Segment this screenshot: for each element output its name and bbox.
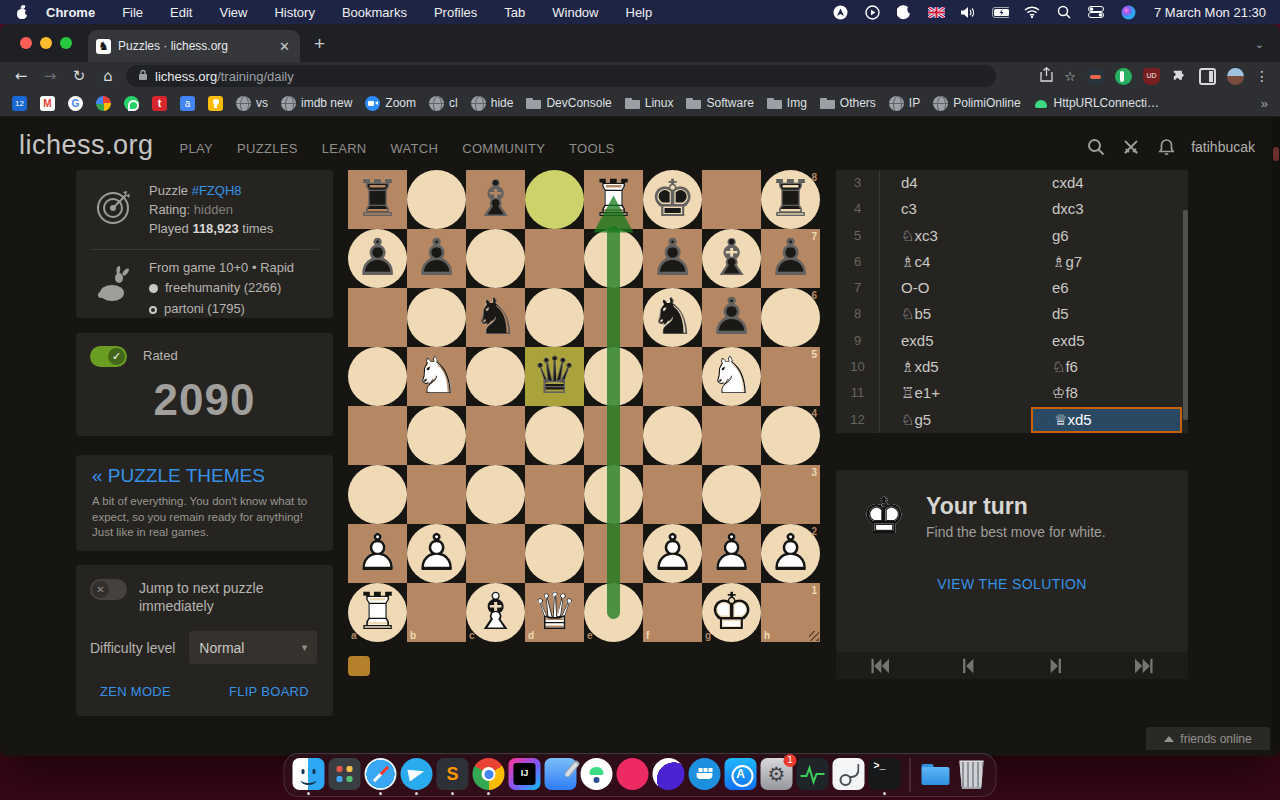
tab-strip: ♞ Puzzles · lichess.org ✕ + ⌄ — [0, 24, 1280, 62]
square-b3[interactable] — [407, 465, 466, 524]
keep-icon — [208, 96, 223, 111]
move-row: 7O-Oe6 — [836, 275, 1188, 301]
square-b2[interactable]: ♟♙ — [407, 524, 466, 583]
move-row: 11♖e1+♔f8 — [836, 380, 1188, 406]
home-button[interactable]: ⌂ — [97, 67, 119, 85]
square-c2[interactable] — [466, 524, 525, 583]
menu-status-area: 7 March Mon 21:30 — [832, 5, 1280, 20]
minimize-window-button[interactable] — [40, 37, 52, 49]
square-f4[interactable] — [643, 406, 702, 465]
square-h2[interactable]: ♟♙2 — [761, 524, 820, 583]
puzzle-id-link[interactable]: #FZQH8 — [192, 183, 242, 198]
first-move-button[interactable] — [868, 656, 892, 676]
bookmark-software[interactable]: Software — [686, 96, 753, 111]
square-h6[interactable]: 6 — [761, 288, 820, 347]
black-bishop-g7[interactable]: ♝♗ — [702, 229, 761, 288]
android-icon — [1034, 96, 1049, 111]
square-d6[interactable] — [525, 288, 584, 347]
browser-menu-icon[interactable]: ⋮ — [1255, 68, 1270, 84]
target-icon — [90, 182, 136, 239]
nav-watch[interactable]: WATCH — [391, 141, 439, 156]
chess-board[interactable]: ♜♖♝♗♜♖♚♔♜♖8♟♙♟♙♟♙♝♗♟♙7♞♘♞♘♟♙6♞♘♛♕♞♘543♟♙… — [348, 170, 820, 642]
white-move[interactable]: O-O — [880, 275, 1031, 301]
dock-intellij-icon[interactable] — [509, 756, 541, 794]
last-move-button[interactable] — [1132, 656, 1156, 676]
square-f6[interactable]: ♞♘ — [643, 288, 702, 347]
board-resize-handle[interactable] — [809, 631, 819, 641]
browser-window: ♞ Puzzles · lichess.org ✕ + ⌄ ← → ↻ ⌂ li… — [0, 24, 1280, 756]
url-host: lichess.org — [155, 69, 217, 84]
url-path: /training/daily — [217, 69, 294, 84]
square-c3[interactable] — [466, 465, 525, 524]
square-g4[interactable] — [702, 406, 761, 465]
browser-toolbar: ← → ↻ ⌂ lichess.org/training/daily ☆ ⋮ — [0, 62, 1280, 90]
nav-play[interactable]: PLAY — [180, 141, 213, 156]
black-move[interactable]: ♗g7 — [1031, 249, 1182, 275]
macos-menu-bar: ChromeFileEditViewHistoryBookmarksProfil… — [0, 0, 1280, 24]
extension-green-icon[interactable] — [1115, 68, 1132, 85]
black-bishop-c8[interactable]: ♝♗ — [466, 170, 525, 229]
bookmark-google[interactable] — [68, 96, 83, 111]
coord-file-c: c — [469, 630, 475, 641]
black-king-f8[interactable]: ♚♔ — [643, 170, 702, 229]
gmail-icon — [40, 96, 55, 111]
square-g7[interactable]: ♝♗ — [702, 229, 761, 288]
square-d7[interactable] — [525, 229, 584, 288]
square-a5[interactable] — [348, 347, 407, 406]
square-g6[interactable]: ♟♙ — [702, 288, 761, 347]
window-controls — [20, 37, 72, 49]
puzzle-themes-title[interactable]: « PUZZLE THEMES — [92, 465, 317, 487]
move-number: 7 — [836, 275, 880, 301]
bookmark-star-icon[interactable]: ☆ — [1064, 69, 1076, 84]
square-c4[interactable] — [466, 406, 525, 465]
menu-item-file[interactable]: File — [122, 5, 143, 20]
square-c1[interactable]: ♝♗c — [466, 583, 525, 642]
bookmark-httpurlconnecti-[interactable]: HttpURLConnecti… — [1034, 96, 1159, 111]
black-pawn-b7[interactable]: ♟♙ — [407, 229, 466, 288]
play-circle-icon[interactable] — [864, 5, 881, 20]
dock-telegram-icon[interactable] — [401, 756, 433, 794]
square-e8[interactable]: ♜♖ — [584, 170, 643, 229]
wifi-icon[interactable] — [1024, 5, 1041, 20]
lichess-logo[interactable]: lichess.org — [19, 130, 154, 161]
white-move[interactable]: ♖e1+ — [880, 380, 1031, 406]
feedback-box: ♚♔ Your turn Find the best move for whit… — [836, 470, 1188, 652]
square-e1[interactable]: e — [584, 583, 643, 642]
dock-activity-icon[interactable] — [797, 756, 829, 794]
friends-online-bar[interactable]: friends online — [1146, 727, 1270, 750]
jump-toggle[interactable]: ✕ — [90, 579, 127, 600]
puzzle-label: Puzzle — [149, 183, 188, 198]
forward-button[interactable]: → — [39, 67, 61, 85]
menu-item-bookmarks[interactable]: Bookmarks — [342, 5, 407, 20]
move-row: 5♘xc3g6 — [836, 223, 1188, 249]
bookmark-vs[interactable]: vs — [236, 96, 268, 111]
move-list-scrollbar[interactable] — [1183, 210, 1188, 420]
bookmarks-bar: vsimdb newZoomclhideDevConsoleLinuxSoftw… — [0, 90, 1280, 117]
dock-xcode-icon[interactable] — [545, 756, 577, 794]
dock-terminal-icon[interactable]: >_ — [869, 756, 901, 794]
black-player-disc-icon — [149, 306, 157, 314]
battery-icon[interactable] — [992, 5, 1009, 20]
dock-appstore-icon[interactable] — [725, 756, 757, 794]
bookmark-keep[interactable] — [208, 96, 223, 111]
white-player-disc-icon — [149, 284, 158, 293]
black-move[interactable]: exd5 — [1031, 328, 1182, 354]
volume-icon[interactable] — [960, 5, 977, 20]
square-e7[interactable] — [584, 229, 643, 288]
bookmark-label: Others — [840, 96, 876, 110]
square-a1[interactable]: ♜♖a — [348, 583, 407, 642]
square-c6[interactable]: ♞♘ — [466, 288, 525, 347]
square-b4[interactable] — [407, 406, 466, 465]
square-b7[interactable]: ♟♙ — [407, 229, 466, 288]
square-g1[interactable]: ♚♔g — [702, 583, 761, 642]
nav-community[interactable]: COMMUNITY — [462, 141, 545, 156]
menu-item-edit[interactable]: Edit — [170, 5, 192, 20]
move-number: 3 — [836, 170, 880, 196]
puzzle-settings-box: ✕ Jump to next puzzle immediately Diffic… — [76, 565, 333, 716]
black-pawn-f7[interactable]: ♟♙ — [643, 229, 702, 288]
zen-mode-link[interactable]: ZEN MODE — [100, 684, 171, 699]
black-move[interactable]: dxc3 — [1031, 196, 1182, 222]
profile-avatar[interactable] — [1227, 68, 1244, 85]
bookmark-label: Img — [787, 96, 807, 110]
square-a8[interactable]: ♜♖ — [348, 170, 407, 229]
address-bar[interactable]: lichess.org/training/daily — [126, 65, 996, 87]
reload-button[interactable]: ↻ — [68, 67, 90, 85]
jump-label: Jump to next puzzle immediately — [139, 579, 289, 615]
square-h4[interactable]: 4 — [761, 406, 820, 465]
square-a3[interactable] — [348, 465, 407, 524]
dock: S⚙1>_ — [284, 753, 997, 797]
dock-finder-icon[interactable] — [293, 756, 325, 794]
black-move[interactable]: g6 — [1031, 223, 1182, 249]
calendar-icon — [12, 96, 27, 111]
square-h5[interactable]: 5 — [761, 347, 820, 406]
maximize-window-button[interactable] — [60, 37, 72, 49]
black-rook-a8[interactable]: ♜♖ — [348, 170, 407, 229]
flip-board-link[interactable]: FLIP BOARD — [229, 684, 309, 699]
white-move[interactable]: d4 — [880, 170, 1031, 196]
black-knight-f6[interactable]: ♞♘ — [643, 288, 702, 347]
bookmark-label: Zoom — [385, 96, 416, 110]
bookmark-imdb-new[interactable]: imdb new — [281, 96, 352, 111]
bookmark-devconsole[interactable]: DevConsole — [526, 96, 611, 111]
bookmark-label: hide — [491, 96, 514, 110]
previous-move-button[interactable] — [956, 656, 980, 676]
bookmark-ip[interactable]: IP — [889, 96, 920, 111]
move-number: 4 — [836, 196, 880, 222]
square-g8[interactable] — [702, 170, 761, 229]
square-g3[interactable] — [702, 465, 761, 524]
chevron-down-icon: ▾ — [302, 641, 308, 654]
tumblr-icon — [152, 96, 167, 111]
move-number: 6 — [836, 249, 880, 275]
square-e3[interactable] — [584, 465, 643, 524]
page-scrollbar[interactable] — [1272, 117, 1280, 756]
move-number: 8 — [836, 301, 880, 327]
next-move-button[interactable] — [1044, 656, 1068, 676]
white-move[interactable]: ♘g5 — [880, 407, 1031, 433]
square-b8[interactable] — [407, 170, 466, 229]
white-knight-b5[interactable]: ♞♘ — [407, 347, 466, 406]
dock-downloads-icon[interactable] — [920, 756, 952, 794]
tab-search-chevron-icon[interactable]: ⌄ — [1255, 38, 1264, 51]
played-count: 118,923 — [192, 221, 238, 236]
square-f1[interactable]: f — [643, 583, 702, 642]
bookmark-gmail[interactable] — [40, 96, 55, 111]
challenges-swords-icon[interactable] — [1121, 137, 1141, 157]
black-knight-c6[interactable]: ♞♘ — [466, 288, 525, 347]
coord-file-b: b — [410, 630, 416, 641]
square-f2[interactable]: ♟♙ — [643, 524, 702, 583]
square-d4[interactable] — [525, 406, 584, 465]
siri-icon[interactable] — [1120, 5, 1137, 20]
globe-icon — [429, 96, 444, 111]
square-d8[interactable] — [525, 170, 584, 229]
square-d5[interactable]: ♛♕ — [525, 347, 584, 406]
coord-file-g: g — [705, 630, 711, 641]
from-game[interactable]: From game 10+0 • Rapid — [149, 259, 294, 278]
white-move[interactable]: c3 — [880, 196, 1031, 222]
globe-icon — [471, 96, 486, 111]
white-move[interactable]: ♗xd5 — [880, 354, 1031, 380]
uk-flag-icon[interactable] — [928, 5, 945, 20]
menu-item-history[interactable]: History — [274, 5, 314, 20]
difficulty-value: Normal — [199, 640, 244, 656]
divider — [90, 249, 319, 250]
black-queen-d5[interactable]: ♛♕ — [525, 347, 584, 406]
coord-file-d: d — [528, 630, 534, 641]
square-f8[interactable]: ♚♔ — [643, 170, 702, 229]
square-a4[interactable] — [348, 406, 407, 465]
moon-icon[interactable] — [896, 5, 913, 20]
bookmark-hide[interactable]: hide — [471, 96, 514, 111]
dock-settings-icon[interactable]: ⚙1 — [761, 756, 793, 794]
bookmark-others[interactable]: Others — [820, 96, 876, 111]
square-c5[interactable] — [466, 347, 525, 406]
menu-item-chrome[interactable]: Chrome — [46, 5, 95, 20]
dock-launchpad-icon[interactable] — [329, 756, 361, 794]
square-h7[interactable]: ♟♙7 — [761, 229, 820, 288]
square-b1[interactable]: b — [407, 583, 466, 642]
square-b6[interactable] — [407, 288, 466, 347]
extension-avatar-icon[interactable] — [1087, 68, 1104, 85]
square-c7[interactable] — [466, 229, 525, 288]
control-center-icon[interactable] — [1088, 5, 1105, 20]
site-nav: PLAYPUZZLESLEARNWATCHCOMMUNITYTOOLS — [180, 141, 615, 156]
bookmark-whatsapp[interactable] — [124, 96, 139, 111]
move-row: 12♘g5♕xd5 — [836, 407, 1188, 433]
coord-rank-8: 8 — [811, 172, 817, 183]
played-label: Played — [149, 221, 189, 236]
extension-ublock-icon[interactable] — [1143, 68, 1160, 85]
tab-title: Puzzles · lichess.org — [118, 39, 270, 53]
spotlight-search-icon[interactable] — [1056, 5, 1073, 20]
square-g2[interactable]: ♟♙ — [702, 524, 761, 583]
bookmark-img[interactable]: Img — [767, 96, 807, 111]
bookmark-calendar[interactable] — [12, 96, 27, 111]
rated-label: Rated — [143, 347, 178, 366]
bookmark-label: vs — [256, 96, 268, 110]
white-rook-e8[interactable]: ♜♖ — [584, 170, 643, 229]
dock-insomnia-icon[interactable] — [653, 756, 685, 794]
dock-sublime-icon[interactable]: S — [437, 756, 469, 794]
black-move[interactable]: cxd4 — [1031, 170, 1182, 196]
puzzle-themes-description: A bit of everything. You don't know what… — [92, 494, 317, 541]
square-h8[interactable]: ♜♖8 — [761, 170, 820, 229]
square-a7[interactable]: ♟♙ — [348, 229, 407, 288]
white-move[interactable]: ♗c4 — [880, 249, 1031, 275]
dock-trash-icon[interactable] — [956, 756, 988, 794]
translate-icon — [180, 96, 195, 111]
puzzle-info-box: Puzzle #FZQH8 Rating: hidden Played 118,… — [76, 170, 333, 318]
white-king-icon: ♚♔ — [860, 490, 908, 542]
move-list: 3d4cxd44c3dxc35♘xc3g66♗c4♗g77O-Oe68♘b5d5… — [836, 170, 1188, 433]
move-number: 10 — [836, 354, 880, 380]
toolbar-right: ☆ ⋮ — [1040, 67, 1270, 85]
tab-close-icon[interactable]: ✕ — [277, 39, 292, 54]
rated-box: ✓ Rated 2090 — [76, 333, 333, 436]
folder-icon — [526, 96, 541, 111]
square-f3[interactable] — [643, 465, 702, 524]
white-move[interactable]: ♘b5 — [880, 301, 1031, 327]
bookmark-label: PolimiOnline — [953, 96, 1020, 110]
lock-icon[interactable] — [138, 69, 148, 83]
folder-icon — [686, 96, 701, 111]
menu-item-profiles[interactable]: Profiles — [434, 5, 477, 20]
lichess-favicon-icon: ♞ — [96, 39, 111, 54]
dock-safari-icon[interactable] — [365, 756, 397, 794]
square-f7[interactable]: ♟♙ — [643, 229, 702, 288]
coord-file-f: f — [646, 630, 649, 641]
dock-console-icon[interactable] — [833, 756, 865, 794]
dock-flickr-icon[interactable] — [617, 756, 649, 794]
search-icon[interactable] — [1086, 137, 1106, 157]
black-move[interactable]: e6 — [1031, 275, 1182, 301]
browser-tab[interactable]: ♞ Puzzles · lichess.org ✕ — [88, 30, 300, 62]
apple-logo-icon[interactable] — [16, 6, 28, 19]
square-b5[interactable]: ♞♘ — [407, 347, 466, 406]
nav-puzzles[interactable]: PUZZLES — [237, 141, 298, 156]
white-pawn-g2[interactable]: ♟♙ — [702, 524, 761, 583]
square-e4[interactable] — [584, 406, 643, 465]
bookmark-label: DevConsole — [546, 96, 611, 110]
notifications-bell-icon[interactable] — [1156, 137, 1176, 157]
side-panel-icon[interactable] — [1199, 68, 1216, 85]
black-move-current[interactable]: ♕xd5 — [1031, 407, 1182, 433]
bookmark-photos[interactable] — [96, 96, 111, 111]
username[interactable]: fatihbucak — [1191, 139, 1255, 155]
menu-item-window[interactable]: Window — [552, 5, 598, 20]
square-e6[interactable] — [584, 288, 643, 347]
coord-file-h: h — [764, 630, 770, 641]
white-move[interactable]: ♘xc3 — [880, 223, 1031, 249]
back-button[interactable]: ← — [10, 67, 32, 85]
bookmark-linux[interactable]: Linux — [625, 96, 674, 111]
bookmarks-overflow-icon[interactable]: » — [1261, 96, 1268, 111]
dock-androidstudio-icon[interactable] — [581, 756, 613, 794]
dock-docker-icon[interactable] — [689, 756, 721, 794]
move-row: 6♗c4♗g7 — [836, 249, 1188, 275]
bookmark-cl[interactable]: cl — [429, 96, 458, 111]
white-pawn-f2[interactable]: ♟♙ — [643, 524, 702, 583]
square-e2[interactable] — [584, 524, 643, 583]
white-move[interactable]: exd5 — [880, 328, 1031, 354]
menu-item-help[interactable]: Help — [626, 5, 653, 20]
square-g5[interactable]: ♞♘ — [702, 347, 761, 406]
square-d2[interactable] — [525, 524, 584, 583]
black-move[interactable]: ♘f6 — [1031, 354, 1182, 380]
black-pawn-a7[interactable]: ♟♙ — [348, 229, 407, 288]
black-move[interactable]: ♔f8 — [1031, 380, 1182, 406]
coord-rank-7: 7 — [811, 231, 817, 242]
bookmark-zoom[interactable]: Zoom — [365, 96, 416, 111]
menu-clock[interactable]: 7 March Mon 21:30 — [1154, 5, 1266, 20]
locate-icon[interactable] — [832, 5, 849, 20]
coord-rank-6: 6 — [811, 290, 817, 301]
white-pawn-a2[interactable]: ♟♙ — [348, 524, 407, 583]
nav-learn[interactable]: LEARN — [322, 141, 367, 156]
share-icon[interactable] — [1040, 67, 1053, 85]
close-window-button[interactable] — [20, 37, 32, 49]
bookmark-translate[interactable] — [180, 96, 195, 111]
bookmark-polimionline[interactable]: PolimiOnline — [933, 96, 1020, 111]
board-menu-toggle[interactable] — [348, 656, 370, 676]
lichess-page: lichess.org PLAYPUZZLESLEARNWATCHCOMMUNI… — [0, 117, 1280, 756]
move-nav-bar — [836, 652, 1188, 679]
coord-rank-5: 5 — [811, 349, 817, 360]
rated-toggle[interactable]: ✓ — [90, 346, 127, 367]
bookmark-label: cl — [449, 96, 458, 110]
square-f5[interactable] — [643, 347, 702, 406]
square-d3[interactable] — [525, 465, 584, 524]
view-solution-link[interactable]: VIEW THE SOLUTION — [860, 576, 1164, 592]
zoom-icon — [365, 96, 380, 111]
difficulty-select[interactable]: Normal ▾ — [189, 631, 317, 664]
black-pawn-g6[interactable]: ♟♙ — [702, 288, 761, 347]
square-e5[interactable] — [584, 347, 643, 406]
square-a6[interactable] — [348, 288, 407, 347]
folder-icon — [625, 96, 640, 111]
black-player[interactable]: partoni (1795) — [164, 300, 245, 319]
nav-tools[interactable]: TOOLS — [569, 141, 614, 156]
new-tab-button[interactable]: + — [314, 33, 325, 62]
move-number: 12 — [836, 407, 880, 433]
bookmark-label: HttpURLConnecti… — [1054, 96, 1159, 110]
bookmark-tumblr[interactable] — [152, 96, 167, 111]
square-a2[interactable]: ♟♙ — [348, 524, 407, 583]
site-header: lichess.org PLAYPUZZLESLEARNWATCHCOMMUNI… — [0, 117, 1280, 170]
white-player[interactable]: freehumanity (2266) — [165, 279, 281, 298]
black-move[interactable]: d5 — [1031, 301, 1182, 327]
dock-chrome-icon[interactable] — [473, 756, 505, 794]
square-c8[interactable]: ♝♗ — [466, 170, 525, 229]
square-d1[interactable]: ♛♕d — [525, 583, 584, 642]
white-knight-g5[interactable]: ♞♘ — [702, 347, 761, 406]
menu-item-tab[interactable]: Tab — [504, 5, 525, 20]
bookmark-label: Linux — [645, 96, 674, 110]
move-row: 9exd5exd5 — [836, 328, 1188, 354]
square-h3[interactable]: 3 — [761, 465, 820, 524]
menu-items: ChromeFileEditViewHistoryBookmarksProfil… — [46, 5, 652, 20]
extensions-puzzle-icon[interactable] — [1171, 68, 1188, 85]
white-pawn-b2[interactable]: ♟♙ — [407, 524, 466, 583]
difficulty-label: Difficulty level — [90, 640, 175, 656]
menu-item-view[interactable]: View — [219, 5, 247, 20]
